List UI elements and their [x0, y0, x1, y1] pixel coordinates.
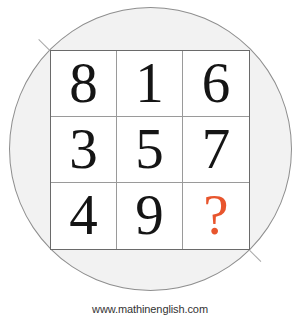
cell-r1c3: 6: [183, 51, 249, 117]
cell-r2c1: 3: [51, 117, 117, 183]
cell-r2c3: 7: [183, 117, 249, 183]
magic-square-grid: 8 1 6 3 5 7 4 9 ?: [50, 50, 250, 250]
cell-r1c2: 1: [117, 51, 183, 117]
corner-tick-bottom-right: [249, 250, 261, 262]
cell-r2c2: 5: [117, 117, 183, 183]
website-watermark: www.mathinenglish.com: [0, 302, 300, 318]
cell-r1c1: 8: [51, 51, 117, 117]
puzzle-worksheet: 8 1 6 3 5 7 4 9 ? www.mathinenglish.com: [0, 0, 300, 324]
cell-r3c1: 4: [51, 183, 117, 249]
corner-tick-top-left: [38, 39, 50, 51]
cell-r3c2: 9: [117, 183, 183, 249]
cell-r3c3-unknown-mark: ?: [183, 183, 249, 249]
